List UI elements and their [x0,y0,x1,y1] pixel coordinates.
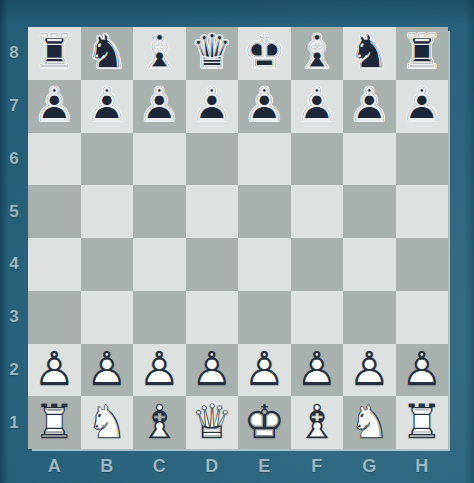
square-d4[interactable] [186,238,239,291]
rank-label-6: 6 [0,133,28,186]
white-knight: ♞♘ [343,396,396,449]
square-g2[interactable]: ♟♙ [343,344,396,397]
square-g6[interactable] [343,133,396,186]
black-pawn: ♟♙ [28,80,81,133]
square-b3[interactable] [81,291,134,344]
rank-labels: 87654321 [0,27,28,449]
square-c6[interactable] [133,133,186,186]
white-queen: ♛♕ [186,396,239,449]
rank-label-5: 5 [0,185,28,238]
white-pawn: ♟♙ [238,344,291,397]
white-rook: ♜♖ [396,396,449,449]
square-e4[interactable] [238,238,291,291]
square-a5[interactable] [28,185,81,238]
file-label-g: G [343,449,396,483]
black-pawn: ♟♙ [81,80,134,133]
square-g7[interactable]: ♟♙ [343,80,396,133]
white-pawn: ♟♙ [28,344,81,397]
square-h4[interactable] [396,238,449,291]
black-pawn: ♟♙ [291,80,344,133]
square-h2[interactable]: ♟♙ [396,344,449,397]
square-f3[interactable] [291,291,344,344]
rank-label-3: 3 [0,291,28,344]
square-g5[interactable] [343,185,396,238]
white-pawn: ♟♙ [291,344,344,397]
square-e6[interactable] [238,133,291,186]
square-h3[interactable] [396,291,449,344]
chess-board-frame: 87654321 ♜♖♞♘♝♗♛♕♚♔♝♗♞♘♜♖♟♙♟♙♟♙♟♙♟♙♟♙♟♙♟… [0,0,474,483]
file-label-c: C [133,449,186,483]
white-pawn: ♟♙ [186,344,239,397]
black-pawn: ♟♙ [396,80,449,133]
black-bishop: ♝♗ [133,27,186,80]
white-rook: ♜♖ [28,396,81,449]
square-d5[interactable] [186,185,239,238]
square-b1[interactable]: ♞♘ [81,396,134,449]
black-rook: ♜♖ [396,27,449,80]
square-h5[interactable] [396,185,449,238]
white-bishop: ♝♗ [133,396,186,449]
square-f1[interactable]: ♝♗ [291,396,344,449]
square-a3[interactable] [28,291,81,344]
white-knight: ♞♘ [81,396,134,449]
file-label-e: E [238,449,291,483]
square-b2[interactable]: ♟♙ [81,344,134,397]
square-h8[interactable]: ♜♖ [396,27,449,80]
square-c1[interactable]: ♝♗ [133,396,186,449]
black-pawn: ♟♙ [186,80,239,133]
black-rook: ♜♖ [28,27,81,80]
rank-label-4: 4 [0,238,28,291]
square-f5[interactable] [291,185,344,238]
square-e1[interactable]: ♚♔ [238,396,291,449]
square-a1[interactable]: ♜♖ [28,396,81,449]
square-e2[interactable]: ♟♙ [238,344,291,397]
black-pawn: ♟♙ [133,80,186,133]
file-label-a: A [28,449,81,483]
square-c8[interactable]: ♝♗ [133,27,186,80]
square-f2[interactable]: ♟♙ [291,344,344,397]
square-e7[interactable]: ♟♙ [238,80,291,133]
file-label-d: D [186,449,239,483]
square-f6[interactable] [291,133,344,186]
black-knight: ♞♘ [343,27,396,80]
file-label-f: F [291,449,344,483]
black-bishop: ♝♗ [291,27,344,80]
file-labels: ABCDEFGH [28,449,448,483]
square-f8[interactable]: ♝♗ [291,27,344,80]
square-a6[interactable] [28,133,81,186]
square-d7[interactable]: ♟♙ [186,80,239,133]
square-d3[interactable] [186,291,239,344]
square-c7[interactable]: ♟♙ [133,80,186,133]
square-b6[interactable] [81,133,134,186]
white-pawn: ♟♙ [133,344,186,397]
file-label-b: B [81,449,134,483]
white-pawn: ♟♙ [81,344,134,397]
black-queen: ♛♕ [186,27,239,80]
square-b7[interactable]: ♟♙ [81,80,134,133]
rank-label-2: 2 [0,344,28,397]
square-h1[interactable]: ♜♖ [396,396,449,449]
white-king: ♚♔ [238,396,291,449]
square-b4[interactable] [81,238,134,291]
square-d8[interactable]: ♛♕ [186,27,239,80]
square-b5[interactable] [81,185,134,238]
square-d6[interactable] [186,133,239,186]
square-c3[interactable] [133,291,186,344]
square-f7[interactable]: ♟♙ [291,80,344,133]
square-g1[interactable]: ♞♘ [343,396,396,449]
black-pawn: ♟♙ [343,80,396,133]
file-label-h: H [396,449,449,483]
square-a2[interactable]: ♟♙ [28,344,81,397]
rank-label-8: 8 [0,27,28,80]
chess-board: ♜♖♞♘♝♗♛♕♚♔♝♗♞♘♜♖♟♙♟♙♟♙♟♙♟♙♟♙♟♙♟♙♟♙♟♙♟♙♟♙… [28,27,448,449]
white-pawn: ♟♙ [343,344,396,397]
white-pawn: ♟♙ [396,344,449,397]
rank-label-1: 1 [0,396,28,449]
square-c2[interactable]: ♟♙ [133,344,186,397]
square-a7[interactable]: ♟♙ [28,80,81,133]
square-d1[interactable]: ♛♕ [186,396,239,449]
square-a8[interactable]: ♜♖ [28,27,81,80]
square-h7[interactable]: ♟♙ [396,80,449,133]
square-a4[interactable] [28,238,81,291]
square-g3[interactable] [343,291,396,344]
square-h6[interactable] [396,133,449,186]
square-d2[interactable]: ♟♙ [186,344,239,397]
square-c4[interactable] [133,238,186,291]
square-b8[interactable]: ♞♘ [81,27,134,80]
square-g4[interactable] [343,238,396,291]
square-e3[interactable] [238,291,291,344]
black-knight: ♞♘ [81,27,134,80]
square-c5[interactable] [133,185,186,238]
white-bishop: ♝♗ [291,396,344,449]
square-e5[interactable] [238,185,291,238]
square-g8[interactable]: ♞♘ [343,27,396,80]
black-pawn: ♟♙ [238,80,291,133]
square-e8[interactable]: ♚♔ [238,27,291,80]
rank-label-7: 7 [0,80,28,133]
black-king: ♚♔ [238,27,291,80]
square-f4[interactable] [291,238,344,291]
